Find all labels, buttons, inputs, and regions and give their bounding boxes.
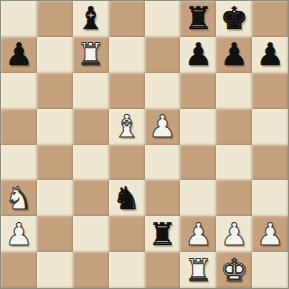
square-g1[interactable]: ♚	[216, 252, 252, 288]
square-d4[interactable]	[109, 145, 145, 181]
piece-black-bishop[interactable]: ♝	[77, 3, 105, 34]
piece-white-knight[interactable]: ♞	[5, 183, 33, 214]
square-a3[interactable]: ♞	[1, 180, 37, 216]
square-f2[interactable]: ♟	[180, 216, 216, 252]
square-b1[interactable]	[37, 252, 73, 288]
square-c6[interactable]	[73, 73, 109, 109]
square-e4[interactable]	[145, 145, 181, 181]
square-g2[interactable]: ♟	[216, 216, 252, 252]
square-b5[interactable]	[37, 109, 73, 145]
square-h8[interactable]	[252, 1, 288, 37]
square-f7[interactable]: ♟	[180, 37, 216, 73]
square-c4[interactable]	[73, 145, 109, 181]
square-f8[interactable]: ♜	[180, 1, 216, 37]
square-a5[interactable]	[1, 109, 37, 145]
piece-black-rook[interactable]: ♜	[149, 219, 177, 250]
square-b2[interactable]	[37, 216, 73, 252]
square-e3[interactable]	[145, 180, 181, 216]
square-e2[interactable]: ♜	[145, 216, 181, 252]
square-e6[interactable]	[145, 73, 181, 109]
square-d7[interactable]	[109, 37, 145, 73]
square-d1[interactable]	[109, 252, 145, 288]
square-e7[interactable]	[145, 37, 181, 73]
piece-white-bishop[interactable]: ♝	[113, 111, 141, 142]
square-f3[interactable]	[180, 180, 216, 216]
square-e8[interactable]	[145, 1, 181, 37]
piece-black-rook[interactable]: ♜	[184, 3, 212, 34]
piece-white-rook[interactable]: ♜	[77, 39, 105, 70]
square-g5[interactable]	[216, 109, 252, 145]
square-h4[interactable]	[252, 145, 288, 181]
square-f6[interactable]	[180, 73, 216, 109]
square-d3[interactable]: ♞	[109, 180, 145, 216]
square-h1[interactable]	[252, 252, 288, 288]
square-c7[interactable]: ♜	[73, 37, 109, 73]
square-e5[interactable]: ♟	[145, 109, 181, 145]
square-h3[interactable]	[252, 180, 288, 216]
square-c8[interactable]: ♝	[73, 1, 109, 37]
square-b7[interactable]	[37, 37, 73, 73]
square-c2[interactable]	[73, 216, 109, 252]
piece-white-pawn[interactable]: ♟	[5, 219, 33, 250]
square-g8[interactable]: ♚	[216, 1, 252, 37]
square-b4[interactable]	[37, 145, 73, 181]
piece-white-pawn[interactable]: ♟	[256, 219, 284, 250]
chess-board: ♝♜♚♟♜♟♟♟♝♟♞♞♟♜♟♟♟♜♚	[0, 0, 289, 289]
square-c5[interactable]	[73, 109, 109, 145]
piece-black-knight[interactable]: ♞	[113, 183, 141, 214]
square-a1[interactable]	[1, 252, 37, 288]
square-g6[interactable]	[216, 73, 252, 109]
square-f4[interactable]	[180, 145, 216, 181]
piece-black-king[interactable]: ♚	[220, 3, 248, 34]
square-b6[interactable]	[37, 73, 73, 109]
square-h7[interactable]: ♟	[252, 37, 288, 73]
square-d6[interactable]	[109, 73, 145, 109]
square-d5[interactable]: ♝	[109, 109, 145, 145]
square-c1[interactable]	[73, 252, 109, 288]
square-a4[interactable]	[1, 145, 37, 181]
piece-black-pawn[interactable]: ♟	[220, 39, 248, 70]
square-d8[interactable]	[109, 1, 145, 37]
square-a8[interactable]	[1, 1, 37, 37]
square-h6[interactable]	[252, 73, 288, 109]
square-b8[interactable]	[37, 1, 73, 37]
square-d2[interactable]	[109, 216, 145, 252]
square-a6[interactable]	[1, 73, 37, 109]
square-f5[interactable]	[180, 109, 216, 145]
piece-white-pawn[interactable]: ♟	[220, 219, 248, 250]
piece-white-pawn[interactable]: ♟	[184, 219, 212, 250]
square-h5[interactable]	[252, 109, 288, 145]
square-g3[interactable]	[216, 180, 252, 216]
piece-black-pawn[interactable]: ♟	[184, 39, 212, 70]
square-g4[interactable]	[216, 145, 252, 181]
square-g7[interactable]: ♟	[216, 37, 252, 73]
square-f1[interactable]: ♜	[180, 252, 216, 288]
square-e1[interactable]	[145, 252, 181, 288]
piece-white-pawn[interactable]: ♟	[149, 111, 177, 142]
piece-white-rook[interactable]: ♜	[184, 255, 212, 286]
piece-black-pawn[interactable]: ♟	[256, 39, 284, 70]
square-h2[interactable]: ♟	[252, 216, 288, 252]
square-a2[interactable]: ♟	[1, 216, 37, 252]
square-a7[interactable]: ♟	[1, 37, 37, 73]
piece-white-king[interactable]: ♚	[220, 255, 248, 286]
piece-black-pawn[interactable]: ♟	[5, 39, 33, 70]
square-b3[interactable]	[37, 180, 73, 216]
square-c3[interactable]	[73, 180, 109, 216]
